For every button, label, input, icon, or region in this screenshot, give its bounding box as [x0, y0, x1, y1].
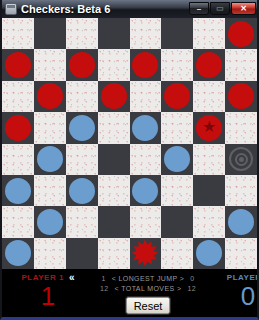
- square-r6c6: [193, 206, 225, 237]
- red-piece[interactable]: [37, 83, 63, 109]
- square-r7c3: [98, 238, 130, 269]
- minimize-icon: –: [197, 5, 201, 13]
- red-piece[interactable]: [101, 83, 127, 109]
- blue-piece[interactable]: [69, 178, 95, 204]
- maximize-icon: ▭: [216, 5, 224, 13]
- red-piece[interactable]: [196, 52, 222, 78]
- square-r6c3[interactable]: [98, 206, 130, 237]
- square-r1c6[interactable]: [193, 49, 225, 80]
- square-r1c1: [34, 49, 66, 80]
- close-icon: ✕: [240, 5, 247, 13]
- blue-piece[interactable]: [37, 209, 63, 235]
- square-r4c4: [130, 144, 162, 175]
- square-r3c2[interactable]: [66, 112, 98, 143]
- square-r0c1[interactable]: [34, 18, 66, 49]
- app-window: Checkers: Beta 6 – ▭ ✕ ★ PLAYER 1 « 1 1<…: [0, 0, 259, 320]
- square-r2c7[interactable]: [225, 81, 257, 112]
- blue-piece[interactable]: [164, 146, 190, 172]
- red-piece[interactable]: [228, 83, 254, 109]
- square-r6c2: [66, 206, 98, 237]
- square-r0c3[interactable]: [98, 18, 130, 49]
- longest-jump-right: 0: [190, 275, 194, 282]
- blue-piece[interactable]: [37, 146, 63, 172]
- square-r5c1: [34, 175, 66, 206]
- square-r0c7[interactable]: [225, 18, 257, 49]
- square-r6c0: [2, 206, 34, 237]
- blue-piece[interactable]: [5, 240, 31, 266]
- blue-piece[interactable]: [132, 178, 158, 204]
- square-r7c7: [225, 238, 257, 269]
- square-r4c3[interactable]: [98, 144, 130, 175]
- blue-piece[interactable]: [228, 209, 254, 235]
- square-r0c2: [66, 18, 98, 49]
- blue-piece[interactable]: [69, 115, 95, 141]
- square-r5c4[interactable]: [130, 175, 162, 206]
- square-r2c6: [193, 81, 225, 112]
- square-r4c7[interactable]: [225, 144, 257, 175]
- red-piece[interactable]: [164, 83, 190, 109]
- red-piece[interactable]: [5, 115, 31, 141]
- total-moves-right: 12: [187, 285, 196, 292]
- turn-indicator-icon: «: [69, 274, 75, 282]
- square-r5c2[interactable]: [66, 175, 98, 206]
- close-button[interactable]: ✕: [231, 2, 256, 15]
- square-r1c7: [225, 49, 257, 80]
- square-r6c1[interactable]: [34, 206, 66, 237]
- square-r3c4[interactable]: [130, 112, 162, 143]
- checkers-board: ★: [2, 18, 257, 269]
- maximize-button[interactable]: ▭: [210, 2, 230, 15]
- app-icon: [5, 3, 17, 15]
- square-r2c0: [2, 81, 34, 112]
- square-r1c4[interactable]: [130, 49, 162, 80]
- square-r6c7[interactable]: [225, 206, 257, 237]
- total-moves-left: 12: [100, 285, 109, 292]
- square-r3c6[interactable]: ★: [193, 112, 225, 143]
- player2-panel: PLAYER 2 0: [202, 269, 259, 315]
- square-r6c4: [130, 206, 162, 237]
- square-r7c6[interactable]: [193, 238, 225, 269]
- square-r3c3: [98, 112, 130, 143]
- window-controls: – ▭ ✕: [189, 2, 256, 15]
- square-r5c7: [225, 175, 257, 206]
- red-starburst-piece[interactable]: [130, 238, 160, 268]
- square-r2c4: [130, 81, 162, 112]
- player2-score: 0: [241, 283, 255, 309]
- reset-button[interactable]: Reset: [126, 297, 171, 314]
- square-r7c1: [34, 238, 66, 269]
- stats-panel: 1< LONGEST JUMP >0 12< TOTAL MOVES >12 R…: [94, 269, 202, 315]
- blue-piece[interactable]: [196, 240, 222, 266]
- total-moves-label: < TOTAL MOVES >: [115, 285, 182, 292]
- square-r3c7: [225, 112, 257, 143]
- king-star-icon: ★: [202, 119, 216, 135]
- square-r3c5: [161, 112, 193, 143]
- square-r1c2[interactable]: [66, 49, 98, 80]
- square-r4c1[interactable]: [34, 144, 66, 175]
- player1-panel: PLAYER 1 « 1: [2, 269, 94, 315]
- square-r1c0[interactable]: [2, 49, 34, 80]
- blue-piece[interactable]: [132, 115, 158, 141]
- red-piece[interactable]: [228, 21, 254, 47]
- square-r5c0[interactable]: [2, 175, 34, 206]
- square-r0c0: [2, 18, 34, 49]
- square-r4c5[interactable]: [161, 144, 193, 175]
- square-r7c0[interactable]: [2, 238, 34, 269]
- square-r4c0: [2, 144, 34, 175]
- square-r7c2[interactable]: [66, 238, 98, 269]
- longest-jump-label: < LONGEST JUMP >: [112, 275, 185, 282]
- minimize-button[interactable]: –: [189, 2, 209, 15]
- square-r4c6: [193, 144, 225, 175]
- player1-score: 1: [41, 283, 55, 309]
- scoreboard: PLAYER 1 « 1 1< LONGEST JUMP >0 12< TOTA…: [2, 269, 257, 315]
- target-rings-marker: [229, 147, 253, 171]
- blue-piece[interactable]: [5, 178, 31, 204]
- window-title: Checkers: Beta 6: [21, 3, 110, 15]
- longest-jump-left: 1: [101, 275, 105, 282]
- red-king-piece[interactable]: ★: [196, 115, 222, 141]
- red-piece[interactable]: [132, 52, 158, 78]
- square-r3c1: [34, 112, 66, 143]
- square-r0c5[interactable]: [161, 18, 193, 49]
- red-piece[interactable]: [69, 52, 95, 78]
- square-r6c5[interactable]: [161, 206, 193, 237]
- square-r5c5: [161, 175, 193, 206]
- square-r5c3: [98, 175, 130, 206]
- square-r2c1[interactable]: [34, 81, 66, 112]
- square-r7c4[interactable]: [130, 238, 162, 269]
- title-bar: Checkers: Beta 6 – ▭ ✕: [0, 0, 259, 18]
- longest-jump-stat: 1< LONGEST JUMP >0: [95, 274, 200, 284]
- red-piece[interactable]: [5, 52, 31, 78]
- total-moves-stat: 12< TOTAL MOVES >12: [94, 284, 202, 294]
- square-r5c6[interactable]: [193, 175, 225, 206]
- square-r7c5: [161, 238, 193, 269]
- square-r1c3: [98, 49, 130, 80]
- square-r0c4: [130, 18, 162, 49]
- square-r3c0[interactable]: [2, 112, 34, 143]
- square-r0c6: [193, 18, 225, 49]
- square-r2c3[interactable]: [98, 81, 130, 112]
- square-r4c2: [66, 144, 98, 175]
- square-r2c5[interactable]: [161, 81, 193, 112]
- square-r2c2: [66, 81, 98, 112]
- square-r1c5: [161, 49, 193, 80]
